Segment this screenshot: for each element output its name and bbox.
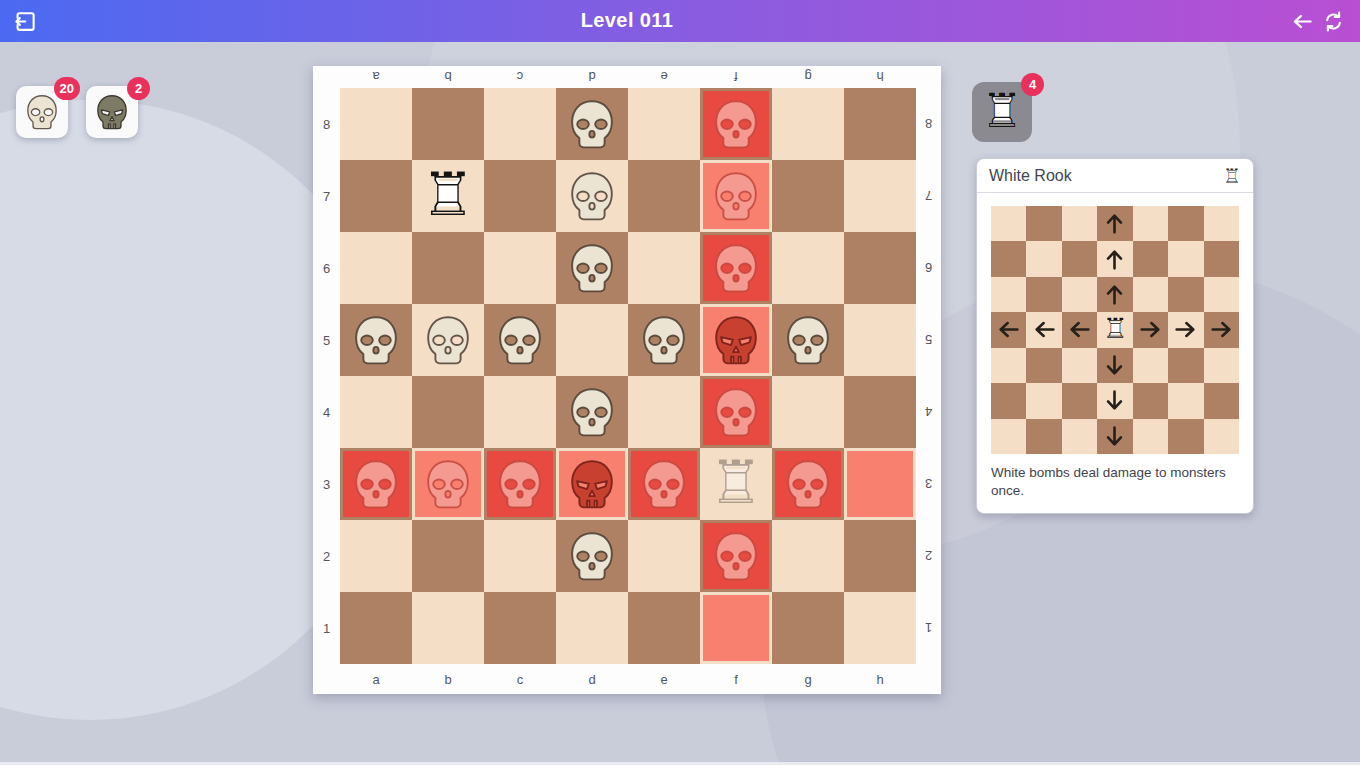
rank-label-right: 7 — [916, 160, 941, 232]
arrow-right-icon — [1173, 317, 1198, 342]
file-label-top: h — [844, 66, 916, 88]
mini-rook-icon: ♜♖ — [1097, 312, 1132, 347]
white-monster — [772, 304, 844, 376]
file-label-top: b — [412, 66, 484, 88]
white-monster — [628, 304, 700, 376]
square-a4[interactable] — [340, 376, 412, 448]
square-e4[interactable] — [628, 376, 700, 448]
square-f5[interactable] — [700, 304, 772, 376]
arrow-left-icon — [1032, 317, 1057, 342]
square-h7[interactable] — [844, 160, 916, 232]
mini-square — [1026, 241, 1061, 276]
rook-tray-item[interactable]: ♜♖4 — [972, 82, 1032, 142]
white-rook-piece: ♜♖ — [412, 160, 484, 232]
piece-description: White bombs deal damage to monsters once… — [991, 464, 1239, 500]
file-label-bottom: e — [628, 664, 700, 694]
chess-board: abcdefgh887♜♖76655443♜♖32211abcdefgh — [313, 66, 941, 694]
square-h6[interactable] — [844, 232, 916, 304]
mini-square — [1062, 383, 1097, 418]
rank-label-right: 2 — [916, 520, 941, 592]
square-d4[interactable] — [556, 376, 628, 448]
square-b4[interactable] — [412, 376, 484, 448]
rank-label-left: 6 — [313, 232, 340, 304]
mini-square — [1133, 312, 1168, 347]
square-e7[interactable] — [628, 160, 700, 232]
mini-square — [1097, 348, 1132, 383]
square-c1[interactable] — [484, 592, 556, 664]
arrow-up-icon — [1102, 282, 1127, 307]
mini-square — [991, 241, 1026, 276]
square-b5[interactable] — [412, 304, 484, 376]
card-header: White Rook ♖ — [977, 159, 1253, 193]
arrow-down-icon — [1102, 388, 1127, 413]
count-badge: 2 — [127, 77, 150, 100]
rank-label-left: 2 — [313, 520, 340, 592]
square-b8[interactable] — [412, 88, 484, 160]
file-label-bottom: c — [484, 664, 556, 694]
square-d6[interactable] — [556, 232, 628, 304]
mini-square — [991, 312, 1026, 347]
rank-label-right: 3 — [916, 448, 941, 520]
rank-label-right: 4 — [916, 376, 941, 448]
file-label-top: e — [628, 66, 700, 88]
square-b3[interactable] — [412, 448, 484, 520]
square-f7[interactable] — [700, 160, 772, 232]
file-label-bottom: g — [772, 664, 844, 694]
square-a8[interactable] — [340, 88, 412, 160]
square-a6[interactable] — [340, 232, 412, 304]
mini-square — [1133, 206, 1168, 241]
white-monster — [700, 376, 772, 448]
white-monster — [484, 304, 556, 376]
file-label-top: f — [700, 66, 772, 88]
square-e5[interactable] — [628, 304, 700, 376]
square-c4[interactable] — [484, 376, 556, 448]
rank-label-left: 7 — [313, 160, 340, 232]
mini-square — [1062, 206, 1097, 241]
ghost-rook-preview: ♜♖ — [700, 448, 772, 520]
white-monster — [556, 232, 628, 304]
square-c7[interactable] — [484, 160, 556, 232]
mini-square — [1168, 348, 1203, 383]
white-monster — [412, 304, 484, 376]
white-monster — [700, 160, 772, 232]
square-h3[interactable] — [844, 448, 916, 520]
mini-square — [1062, 277, 1097, 312]
file-label-bottom: h — [844, 664, 916, 694]
mini-square — [1204, 419, 1239, 454]
square-h4[interactable] — [844, 376, 916, 448]
monster-counter-white[interactable]: 20 — [16, 86, 68, 138]
square-b7[interactable]: ♜♖ — [412, 160, 484, 232]
square-h8[interactable] — [844, 88, 916, 160]
square-c8[interactable] — [484, 88, 556, 160]
square-a7[interactable] — [340, 160, 412, 232]
square-b2[interactable] — [412, 520, 484, 592]
bomb-highlight — [847, 451, 913, 517]
square-e2[interactable] — [628, 520, 700, 592]
rank-label-right: 1 — [916, 592, 941, 664]
square-b6[interactable] — [412, 232, 484, 304]
square-e1[interactable] — [628, 592, 700, 664]
square-a5[interactable] — [340, 304, 412, 376]
white-monster — [700, 88, 772, 160]
mini-square — [1097, 206, 1132, 241]
mini-square — [991, 419, 1026, 454]
square-e6[interactable] — [628, 232, 700, 304]
mini-square — [1168, 277, 1203, 312]
square-a1[interactable] — [340, 592, 412, 664]
bomb-highlight — [703, 595, 769, 661]
mini-square — [991, 383, 1026, 418]
mini-square — [1133, 419, 1168, 454]
file-label-top: d — [556, 66, 628, 88]
white-monster — [412, 448, 484, 520]
mini-square — [1097, 419, 1132, 454]
rank-label-left: 3 — [313, 448, 340, 520]
rank-label-left: 8 — [313, 88, 340, 160]
square-b1[interactable] — [412, 592, 484, 664]
mini-square — [1204, 312, 1239, 347]
file-label-bottom: f — [700, 664, 772, 694]
square-h1[interactable] — [844, 592, 916, 664]
arrow-right-icon — [1138, 317, 1163, 342]
app-root: Level 011 202 abcdefgh887♜♖76655443♜♖322… — [0, 0, 1360, 765]
file-label-bottom: b — [412, 664, 484, 694]
mini-square — [1168, 206, 1203, 241]
square-d8[interactable] — [556, 88, 628, 160]
square-g1[interactable] — [772, 592, 844, 664]
mini-square — [1062, 241, 1097, 276]
square-g2[interactable] — [772, 520, 844, 592]
square-g5[interactable] — [772, 304, 844, 376]
arrow-left-icon — [996, 317, 1021, 342]
monster-counter-dark[interactable]: 2 — [86, 86, 138, 138]
white-monster — [700, 232, 772, 304]
square-g8[interactable] — [772, 88, 844, 160]
mini-square — [1133, 277, 1168, 312]
square-d1[interactable] — [556, 592, 628, 664]
arrow-right-icon — [1209, 317, 1234, 342]
mini-square — [1026, 312, 1061, 347]
square-h5[interactable] — [844, 304, 916, 376]
rank-label-right: 6 — [916, 232, 941, 304]
white-monster — [628, 448, 700, 520]
mini-square — [1204, 277, 1239, 312]
top-bar: Level 011 — [0, 0, 1360, 42]
square-e8[interactable] — [628, 88, 700, 160]
piece-info-card: White Rook ♖ ♜♖ White bombs deal damage … — [976, 158, 1254, 514]
arrow-down-icon — [1102, 353, 1127, 378]
mini-square — [1168, 419, 1203, 454]
white-monster — [556, 160, 628, 232]
restart-button[interactable] — [1322, 10, 1345, 33]
white-monster — [484, 448, 556, 520]
file-label-top: a — [340, 66, 412, 88]
square-c6[interactable] — [484, 232, 556, 304]
square-a2[interactable] — [340, 520, 412, 592]
mini-square — [991, 206, 1026, 241]
file-label-top: c — [484, 66, 556, 88]
arrow-down-icon — [1102, 424, 1127, 449]
arrow-left-icon — [1067, 317, 1092, 342]
square-f1[interactable] — [700, 592, 772, 664]
rank-label-left: 4 — [313, 376, 340, 448]
refresh-icon — [1322, 10, 1345, 33]
mini-square — [1097, 277, 1132, 312]
square-c2[interactable] — [484, 520, 556, 592]
card-title: White Rook — [989, 167, 1072, 185]
undo-button[interactable] — [1291, 10, 1314, 33]
square-f6[interactable] — [700, 232, 772, 304]
white-rook-icon: ♖ — [1223, 164, 1241, 188]
mini-square — [1062, 312, 1097, 347]
mini-square — [1133, 383, 1168, 418]
mini-square — [1026, 277, 1061, 312]
white-monster — [556, 376, 628, 448]
square-f3[interactable]: ♜♖ — [700, 448, 772, 520]
exit-button[interactable] — [13, 9, 38, 34]
square-c3[interactable] — [484, 448, 556, 520]
square-g7[interactable] — [772, 160, 844, 232]
square-d2[interactable] — [556, 520, 628, 592]
square-d7[interactable] — [556, 160, 628, 232]
dark-monster — [556, 448, 628, 520]
file-label-bottom: d — [556, 664, 628, 694]
mini-square — [1097, 241, 1132, 276]
rank-label-right: 5 — [916, 304, 941, 376]
level-title: Level 011 — [581, 9, 674, 32]
square-g4[interactable] — [772, 376, 844, 448]
count-badge: 4 — [1021, 73, 1044, 96]
mini-square — [1026, 206, 1061, 241]
rank-label-left: 5 — [313, 304, 340, 376]
white-monster — [340, 448, 412, 520]
mini-square — [1026, 383, 1061, 418]
mini-square — [1168, 312, 1203, 347]
white-monster — [556, 88, 628, 160]
movement-diagram: ♜♖ — [991, 206, 1239, 454]
mini-square: ♜♖ — [1097, 312, 1132, 347]
square-d3[interactable] — [556, 448, 628, 520]
file-label-top: g — [772, 66, 844, 88]
mini-square — [1062, 348, 1097, 383]
count-badge: 20 — [54, 77, 80, 100]
mini-square — [1204, 241, 1239, 276]
square-f8[interactable] — [700, 88, 772, 160]
white-monster — [700, 520, 772, 592]
arrow-left-icon — [1291, 10, 1314, 33]
mini-square — [1026, 348, 1061, 383]
mini-square — [1133, 348, 1168, 383]
mini-square — [1133, 241, 1168, 276]
mini-square — [1204, 206, 1239, 241]
white-monster — [340, 304, 412, 376]
square-f2[interactable] — [700, 520, 772, 592]
square-c5[interactable] — [484, 304, 556, 376]
mini-square — [1097, 383, 1132, 418]
mini-square — [1026, 419, 1061, 454]
square-e3[interactable] — [628, 448, 700, 520]
dark-monster — [700, 304, 772, 376]
mini-square — [1062, 419, 1097, 454]
mini-square — [991, 277, 1026, 312]
file-label-bottom: a — [340, 664, 412, 694]
square-a3[interactable] — [340, 448, 412, 520]
mini-square — [1168, 241, 1203, 276]
white-monster — [772, 448, 844, 520]
rank-label-right: 8 — [916, 88, 941, 160]
rank-label-left: 1 — [313, 592, 340, 664]
square-g6[interactable] — [772, 232, 844, 304]
square-d5[interactable] — [556, 304, 628, 376]
arrow-up-icon — [1102, 211, 1127, 236]
square-h2[interactable] — [844, 520, 916, 592]
mini-square — [1204, 348, 1239, 383]
arrow-up-icon — [1102, 247, 1127, 272]
mini-square — [1204, 383, 1239, 418]
exit-door-icon — [13, 9, 38, 34]
square-g3[interactable] — [772, 448, 844, 520]
white-monster — [556, 520, 628, 592]
mini-square — [991, 348, 1026, 383]
square-f4[interactable] — [700, 376, 772, 448]
mini-square — [1168, 383, 1203, 418]
